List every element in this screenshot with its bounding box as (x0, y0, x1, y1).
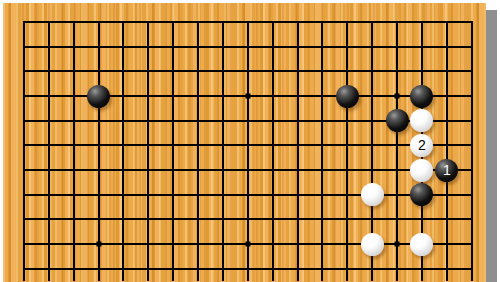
board-intersection[interactable] (335, 256, 360, 281)
black-stone[interactable] (410, 183, 433, 206)
board-intersection[interactable] (459, 10, 484, 35)
board-intersection[interactable] (434, 84, 459, 109)
board-intersection[interactable] (136, 182, 161, 207)
board-intersection[interactable] (285, 256, 310, 281)
board-intersection[interactable] (360, 256, 385, 281)
board-intersection[interactable] (434, 10, 459, 35)
board-intersection[interactable] (136, 232, 161, 257)
board-intersection[interactable] (61, 133, 86, 158)
board-intersection[interactable] (161, 108, 186, 133)
board-intersection[interactable] (410, 256, 435, 281)
board-intersection[interactable] (260, 207, 285, 232)
board-intersection[interactable] (211, 108, 236, 133)
board-intersection[interactable] (360, 158, 385, 183)
board-intersection[interactable] (86, 207, 111, 232)
board-intersection[interactable] (86, 158, 111, 183)
board-intersection[interactable] (86, 34, 111, 59)
board-intersection[interactable] (12, 34, 37, 59)
board-intersection[interactable] (385, 158, 410, 183)
board-intersection-star[interactable] (235, 232, 260, 257)
board-intersection[interactable] (61, 34, 86, 59)
board-intersection[interactable]: 2 (410, 133, 435, 158)
board-intersection[interactable] (285, 59, 310, 84)
board-intersection[interactable] (12, 59, 37, 84)
board-intersection[interactable] (360, 182, 385, 207)
white-stone[interactable] (410, 233, 433, 256)
board-intersection[interactable] (310, 232, 335, 257)
board-intersection[interactable] (211, 232, 236, 257)
board-intersection[interactable] (410, 158, 435, 183)
board-intersection[interactable] (260, 158, 285, 183)
board-intersection[interactable] (186, 232, 211, 257)
board-intersection[interactable] (360, 34, 385, 59)
board-intersection[interactable] (211, 207, 236, 232)
board-intersection[interactable] (211, 158, 236, 183)
board-intersection[interactable] (36, 158, 61, 183)
board-intersection[interactable] (410, 232, 435, 257)
board-intersection[interactable] (36, 207, 61, 232)
board-intersection[interactable] (111, 108, 136, 133)
board-intersection[interactable] (186, 59, 211, 84)
board-intersection[interactable] (385, 108, 410, 133)
board-intersection[interactable] (111, 133, 136, 158)
board-intersection[interactable] (136, 256, 161, 281)
board-intersection[interactable] (285, 84, 310, 109)
go-board-grid: 21 (12, 10, 485, 282)
board-intersection[interactable] (86, 10, 111, 35)
board-intersection[interactable] (136, 10, 161, 35)
board-intersection[interactable] (310, 84, 335, 109)
board-intersection[interactable] (61, 232, 86, 257)
board-intersection[interactable] (186, 207, 211, 232)
board-intersection[interactable] (235, 256, 260, 281)
board-intersection[interactable] (12, 207, 37, 232)
board-intersection[interactable] (235, 108, 260, 133)
board-intersection[interactable] (360, 84, 385, 109)
board-intersection[interactable] (186, 182, 211, 207)
board-intersection[interactable] (211, 34, 236, 59)
board-intersection[interactable] (36, 232, 61, 257)
board-intersection[interactable] (111, 207, 136, 232)
board-intersection[interactable] (434, 34, 459, 59)
board-intersection[interactable] (235, 59, 260, 84)
board-intersection[interactable] (335, 133, 360, 158)
board-intersection[interactable] (285, 158, 310, 183)
board-intersection[interactable] (285, 10, 310, 35)
board-intersection[interactable] (434, 182, 459, 207)
board-intersection[interactable] (260, 84, 285, 109)
board-intersection[interactable] (161, 84, 186, 109)
board-intersection[interactable] (360, 232, 385, 257)
board-intersection[interactable] (161, 59, 186, 84)
board-intersection[interactable] (211, 133, 236, 158)
board-intersection[interactable] (459, 207, 484, 232)
board-intersection[interactable] (36, 34, 61, 59)
board-intersection[interactable] (335, 232, 360, 257)
board-intersection[interactable] (434, 256, 459, 281)
board-intersection[interactable] (235, 133, 260, 158)
board-intersection[interactable] (260, 59, 285, 84)
white-stone[interactable] (361, 233, 384, 256)
board-intersection[interactable] (360, 59, 385, 84)
board-intersection[interactable] (459, 232, 484, 257)
board-intersection[interactable] (61, 207, 86, 232)
screenshot-root: 21 (0, 0, 500, 282)
board-intersection[interactable] (285, 108, 310, 133)
board-intersection[interactable] (335, 10, 360, 35)
board-intersection[interactable] (111, 256, 136, 281)
board-intersection[interactable] (211, 84, 236, 109)
board-intersection[interactable] (36, 84, 61, 109)
board-intersection[interactable] (111, 10, 136, 35)
board-intersection[interactable] (12, 158, 37, 183)
board-intersection[interactable] (260, 34, 285, 59)
board-intersection[interactable] (385, 34, 410, 59)
board-intersection[interactable] (136, 158, 161, 183)
board-intersection[interactable] (434, 59, 459, 84)
black-stone[interactable]: 1 (435, 159, 458, 182)
board-intersection[interactable] (136, 133, 161, 158)
black-stone[interactable] (410, 85, 433, 108)
board-intersection[interactable] (310, 108, 335, 133)
board-intersection[interactable] (410, 84, 435, 109)
board-intersection[interactable] (385, 133, 410, 158)
board-intersection[interactable] (36, 133, 61, 158)
board-intersection[interactable] (360, 10, 385, 35)
board-intersection[interactable] (235, 34, 260, 59)
board-intersection[interactable] (434, 232, 459, 257)
board-intersection[interactable] (310, 10, 335, 35)
board-intersection[interactable] (434, 108, 459, 133)
board-intersection[interactable] (61, 10, 86, 35)
white-stone[interactable]: 2 (410, 134, 433, 157)
board-intersection[interactable] (86, 182, 111, 207)
board-intersection[interactable] (12, 84, 37, 109)
board-intersection[interactable] (111, 84, 136, 109)
board-intersection[interactable] (335, 207, 360, 232)
board-intersection[interactable] (310, 158, 335, 183)
board-intersection[interactable] (360, 133, 385, 158)
board-intersection[interactable] (86, 133, 111, 158)
board-intersection[interactable] (36, 10, 61, 35)
board-intersection[interactable] (161, 207, 186, 232)
board-intersection[interactable] (136, 207, 161, 232)
board-intersection[interactable] (61, 59, 86, 84)
board-intersection[interactable] (335, 182, 360, 207)
board-intersection[interactable] (434, 207, 459, 232)
board-intersection[interactable] (235, 182, 260, 207)
board-intersection[interactable] (459, 133, 484, 158)
board-intersection[interactable] (36, 59, 61, 84)
board-intersection[interactable] (360, 108, 385, 133)
board-intersection[interactable] (61, 256, 86, 281)
board-intersection[interactable] (459, 256, 484, 281)
board-intersection[interactable] (111, 34, 136, 59)
board-intersection[interactable] (235, 158, 260, 183)
board-intersection[interactable] (61, 108, 86, 133)
board-intersection[interactable] (136, 108, 161, 133)
board-intersection[interactable] (360, 207, 385, 232)
board-intersection[interactable] (36, 182, 61, 207)
board-intersection[interactable] (12, 133, 37, 158)
board-intersection[interactable] (136, 84, 161, 109)
board-intersection[interactable] (161, 182, 186, 207)
board-intersection[interactable] (161, 34, 186, 59)
board-intersection[interactable] (385, 182, 410, 207)
board-intersection[interactable] (285, 232, 310, 257)
board-intersection[interactable] (410, 108, 435, 133)
board-intersection[interactable] (310, 207, 335, 232)
board-intersection[interactable] (410, 182, 435, 207)
board-intersection[interactable] (12, 256, 37, 281)
board-intersection[interactable] (335, 108, 360, 133)
board-intersection[interactable] (459, 158, 484, 183)
board-intersection[interactable] (36, 256, 61, 281)
board-intersection-star[interactable] (86, 84, 111, 109)
board-intersection[interactable] (459, 59, 484, 84)
black-stone[interactable] (386, 109, 409, 132)
board-intersection[interactable] (260, 10, 285, 35)
board-intersection[interactable] (86, 108, 111, 133)
board-intersection[interactable] (260, 182, 285, 207)
board-intersection[interactable] (36, 108, 61, 133)
board-intersection[interactable] (385, 10, 410, 35)
board-intersection[interactable] (186, 108, 211, 133)
board-intersection-star[interactable] (385, 232, 410, 257)
board-intersection[interactable] (12, 232, 37, 257)
board-intersection[interactable] (459, 182, 484, 207)
move-number-label: 1 (443, 163, 451, 177)
board-intersection[interactable] (459, 108, 484, 133)
board-intersection[interactable] (211, 59, 236, 84)
white-stone[interactable] (410, 159, 433, 182)
board-intersection[interactable] (12, 108, 37, 133)
move-number-label: 2 (418, 138, 426, 152)
board-intersection[interactable] (285, 34, 310, 59)
board-intersection[interactable] (186, 34, 211, 59)
board-intersection[interactable] (86, 59, 111, 84)
board-intersection[interactable] (186, 84, 211, 109)
board-intersection[interactable] (161, 232, 186, 257)
board-intersection[interactable] (410, 34, 435, 59)
board-intersection[interactable] (61, 158, 86, 183)
board-intersection[interactable] (186, 10, 211, 35)
board-intersection[interactable] (335, 84, 360, 109)
board-intersection[interactable] (86, 256, 111, 281)
board-intersection[interactable] (260, 133, 285, 158)
board-intersection[interactable] (459, 34, 484, 59)
board-intersection[interactable] (211, 182, 236, 207)
board-intersection[interactable] (260, 256, 285, 281)
board-intersection-star[interactable] (86, 232, 111, 257)
board-intersection[interactable] (260, 232, 285, 257)
board-intersection[interactable] (310, 34, 335, 59)
board-intersection[interactable] (61, 84, 86, 109)
board-intersection[interactable] (211, 256, 236, 281)
board-intersection[interactable] (161, 158, 186, 183)
board-intersection[interactable] (385, 256, 410, 281)
board-intersection[interactable] (111, 158, 136, 183)
board-intersection[interactable] (410, 10, 435, 35)
board-intersection[interactable] (285, 133, 310, 158)
board-intersection[interactable] (161, 133, 186, 158)
board-intersection[interactable] (111, 59, 136, 84)
board-intersection-star[interactable] (235, 84, 260, 109)
black-stone[interactable] (87, 85, 110, 108)
black-stone[interactable] (336, 85, 359, 108)
white-stone[interactable] (410, 109, 433, 132)
board-intersection[interactable] (285, 207, 310, 232)
board-intersection[interactable] (310, 59, 335, 84)
board-intersection[interactable] (335, 158, 360, 183)
board-intersection[interactable]: 1 (434, 158, 459, 183)
board-intersection[interactable] (186, 256, 211, 281)
board-intersection[interactable] (186, 158, 211, 183)
board-intersection[interactable] (385, 207, 410, 232)
board-intersection[interactable] (235, 10, 260, 35)
board-intersection[interactable] (335, 34, 360, 59)
board-intersection[interactable] (211, 10, 236, 35)
board-intersection[interactable] (235, 207, 260, 232)
board-intersection[interactable] (410, 59, 435, 84)
board-intersection[interactable] (161, 10, 186, 35)
board-intersection[interactable] (186, 133, 211, 158)
board-intersection[interactable] (111, 182, 136, 207)
board-intersection[interactable] (285, 182, 310, 207)
board-intersection-star[interactable] (385, 84, 410, 109)
board-intersection[interactable] (310, 182, 335, 207)
board-intersection[interactable] (136, 34, 161, 59)
board-intersection[interactable] (434, 133, 459, 158)
board-intersection[interactable] (161, 256, 186, 281)
board-intersection[interactable] (111, 232, 136, 257)
board-intersection[interactable] (459, 84, 484, 109)
go-board: 21 (3, 3, 486, 282)
board-intersection[interactable] (260, 108, 285, 133)
white-stone[interactable] (361, 183, 384, 206)
board-intersection[interactable] (12, 182, 37, 207)
board-intersection[interactable] (12, 10, 37, 35)
board-intersection[interactable] (410, 207, 435, 232)
board-intersection[interactable] (385, 59, 410, 84)
board-intersection[interactable] (335, 59, 360, 84)
board-intersection[interactable] (136, 59, 161, 84)
board-intersection[interactable] (61, 182, 86, 207)
board-intersection[interactable] (310, 133, 335, 158)
board-intersection[interactable] (310, 256, 335, 281)
